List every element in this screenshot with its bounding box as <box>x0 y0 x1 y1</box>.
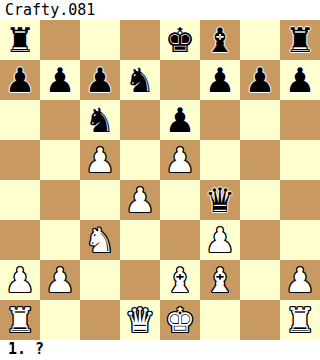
square-e1[interactable]: ♚ <box>160 300 200 340</box>
square-g8[interactable] <box>240 20 280 60</box>
move-prompt: 1. ? <box>0 340 320 360</box>
square-c3[interactable]: ♞ <box>80 220 120 260</box>
square-a2[interactable]: ♟ <box>0 260 40 300</box>
square-g1[interactable] <box>240 300 280 340</box>
square-b6[interactable] <box>40 100 80 140</box>
piece-white-queen[interactable]: ♛ <box>120 300 160 340</box>
piece-black-pawn[interactable]: ♟ <box>280 60 320 100</box>
piece-black-king[interactable]: ♚ <box>160 20 200 60</box>
square-b7[interactable]: ♟ <box>40 60 80 100</box>
piece-black-pawn[interactable]: ♟ <box>240 60 280 100</box>
square-d1[interactable]: ♛ <box>120 300 160 340</box>
square-e4[interactable] <box>160 180 200 220</box>
square-d4[interactable]: ♟ <box>120 180 160 220</box>
square-b4[interactable] <box>40 180 80 220</box>
square-a8[interactable]: ♜ <box>0 20 40 60</box>
square-b2[interactable]: ♟ <box>40 260 80 300</box>
square-g7[interactable]: ♟ <box>240 60 280 100</box>
square-f3[interactable]: ♟ <box>200 220 240 260</box>
crafty-window: Crafty.081 ♜♚♝♜♟♟♟♞♟♟♟♞♟♟♟♟♛♞♟♟♟♝♝♟♜♛♚♜ … <box>0 0 320 360</box>
square-a3[interactable] <box>0 220 40 260</box>
square-d6[interactable] <box>120 100 160 140</box>
piece-white-rook[interactable]: ♜ <box>280 300 320 340</box>
square-h6[interactable] <box>280 100 320 140</box>
square-b5[interactable] <box>40 140 80 180</box>
square-f1[interactable] <box>200 300 240 340</box>
piece-black-knight[interactable]: ♞ <box>80 100 120 140</box>
piece-white-pawn[interactable]: ♟ <box>280 260 320 300</box>
piece-black-bishop[interactable]: ♝ <box>200 20 240 60</box>
square-a6[interactable] <box>0 100 40 140</box>
square-h7[interactable]: ♟ <box>280 60 320 100</box>
square-g5[interactable] <box>240 140 280 180</box>
square-a4[interactable] <box>0 180 40 220</box>
square-a1[interactable]: ♜ <box>0 300 40 340</box>
square-e7[interactable] <box>160 60 200 100</box>
square-d8[interactable] <box>120 20 160 60</box>
piece-white-rook[interactable]: ♜ <box>0 300 40 340</box>
square-g4[interactable] <box>240 180 280 220</box>
square-g2[interactable] <box>240 260 280 300</box>
piece-black-pawn[interactable]: ♟ <box>200 60 240 100</box>
square-c2[interactable] <box>80 260 120 300</box>
square-e6[interactable]: ♟ <box>160 100 200 140</box>
square-b1[interactable] <box>40 300 80 340</box>
square-c4[interactable] <box>80 180 120 220</box>
square-d3[interactable] <box>120 220 160 260</box>
piece-white-bishop[interactable]: ♝ <box>200 260 240 300</box>
square-e5[interactable]: ♟ <box>160 140 200 180</box>
piece-white-pawn[interactable]: ♟ <box>0 260 40 300</box>
piece-white-king[interactable]: ♚ <box>160 300 200 340</box>
piece-white-pawn[interactable]: ♟ <box>200 220 240 260</box>
square-c7[interactable]: ♟ <box>80 60 120 100</box>
square-g6[interactable] <box>240 100 280 140</box>
square-d7[interactable]: ♞ <box>120 60 160 100</box>
square-e3[interactable] <box>160 220 200 260</box>
piece-black-rook[interactable]: ♜ <box>0 20 40 60</box>
piece-white-pawn[interactable]: ♟ <box>120 180 160 220</box>
piece-white-pawn[interactable]: ♟ <box>40 260 80 300</box>
piece-black-pawn[interactable]: ♟ <box>80 60 120 100</box>
square-f7[interactable]: ♟ <box>200 60 240 100</box>
square-d2[interactable] <box>120 260 160 300</box>
piece-white-pawn[interactable]: ♟ <box>80 140 120 180</box>
square-f5[interactable] <box>200 140 240 180</box>
square-c1[interactable] <box>80 300 120 340</box>
piece-black-pawn[interactable]: ♟ <box>40 60 80 100</box>
square-f6[interactable] <box>200 100 240 140</box>
square-h1[interactable]: ♜ <box>280 300 320 340</box>
square-h3[interactable] <box>280 220 320 260</box>
piece-black-queen[interactable]: ♛ <box>200 180 240 220</box>
square-b8[interactable] <box>40 20 80 60</box>
piece-black-pawn[interactable]: ♟ <box>160 100 200 140</box>
square-c6[interactable]: ♞ <box>80 100 120 140</box>
square-c5[interactable]: ♟ <box>80 140 120 180</box>
piece-white-bishop[interactable]: ♝ <box>160 260 200 300</box>
square-h4[interactable] <box>280 180 320 220</box>
square-a5[interactable] <box>0 140 40 180</box>
square-a7[interactable]: ♟ <box>0 60 40 100</box>
piece-white-pawn[interactable]: ♟ <box>160 140 200 180</box>
square-d5[interactable] <box>120 140 160 180</box>
square-h8[interactable]: ♜ <box>280 20 320 60</box>
square-e2[interactable]: ♝ <box>160 260 200 300</box>
square-h5[interactable] <box>280 140 320 180</box>
window-title: Crafty.081 <box>0 0 320 20</box>
square-f2[interactable]: ♝ <box>200 260 240 300</box>
chess-board: ♜♚♝♜♟♟♟♞♟♟♟♞♟♟♟♟♛♞♟♟♟♝♝♟♜♛♚♜ <box>0 20 320 340</box>
square-b3[interactable] <box>40 220 80 260</box>
square-e8[interactable]: ♚ <box>160 20 200 60</box>
piece-white-knight[interactable]: ♞ <box>80 220 120 260</box>
square-f8[interactable]: ♝ <box>200 20 240 60</box>
piece-black-knight[interactable]: ♞ <box>120 60 160 100</box>
piece-black-pawn[interactable]: ♟ <box>0 60 40 100</box>
square-f4[interactable]: ♛ <box>200 180 240 220</box>
square-h2[interactable]: ♟ <box>280 260 320 300</box>
square-c8[interactable] <box>80 20 120 60</box>
piece-black-rook[interactable]: ♜ <box>280 20 320 60</box>
square-g3[interactable] <box>240 220 280 260</box>
